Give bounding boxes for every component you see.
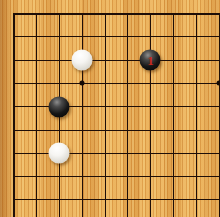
intersection-2-1[interactable] [24,1,47,24]
intersection-8-2[interactable] [162,25,185,48]
intersection-4-7[interactable] [70,141,93,164]
intersection-10-1[interactable] [208,1,220,24]
intersection-9-3[interactable] [185,48,208,71]
intersection-10-8[interactable] [208,164,220,187]
intersection-4-9[interactable] [70,188,93,211]
intersection-4-1[interactable] [70,1,93,24]
intersection-1-5[interactable] [2,95,25,118]
intersection-3-3[interactable] [47,48,70,71]
intersection-2-8[interactable] [24,164,47,187]
intersection-5-1[interactable] [93,1,116,24]
stone-black-3-5[interactable] [48,96,69,117]
intersection-6-1[interactable] [116,1,139,24]
intersection-7-4[interactable] [139,71,162,94]
intersection-8-9[interactable] [162,188,185,211]
intersection-10-2[interactable] [208,25,220,48]
intersection-3-9[interactable] [47,188,70,211]
intersection-6-2[interactable] [116,25,139,48]
intersection-1-6[interactable] [2,118,25,141]
intersection-3-1[interactable] [47,1,70,24]
intersection-7-9[interactable] [139,188,162,211]
intersection-6-8[interactable] [116,164,139,187]
intersection-10-3[interactable] [208,48,220,71]
intersection-3-6[interactable] [47,118,70,141]
stone-white-4-3[interactable] [71,50,92,71]
intersection-7-6[interactable] [139,118,162,141]
intersection-3-8[interactable] [47,164,70,187]
intersection-5-9[interactable] [93,188,116,211]
intersection-7-7[interactable] [139,141,162,164]
intersection-4-6[interactable] [70,118,93,141]
intersection-7-2[interactable] [139,25,162,48]
intersection-7-8[interactable] [139,164,162,187]
intersection-9-8[interactable] [185,164,208,187]
intersection-9-7[interactable] [185,141,208,164]
intersection-9-4[interactable] [185,71,208,94]
intersection-8-7[interactable] [162,141,185,164]
intersection-6-3[interactable] [116,48,139,71]
intersection-1-1[interactable] [2,1,25,24]
intersection-2-4[interactable] [24,71,47,94]
intersection-10-7[interactable] [208,141,220,164]
intersection-2-2[interactable] [24,25,47,48]
intersection-1-7[interactable] [2,141,25,164]
intersection-7-5[interactable] [139,95,162,118]
intersection-5-3[interactable] [93,48,116,71]
intersection-1-2[interactable] [2,25,25,48]
intersection-2-3[interactable] [24,48,47,71]
intersection-2-7[interactable] [24,141,47,164]
intersection-2-5[interactable] [24,95,47,118]
intersection-8-6[interactable] [162,118,185,141]
intersection-9-6[interactable] [185,118,208,141]
intersection-1-4[interactable] [2,71,25,94]
intersection-3-4[interactable] [47,71,70,94]
intersection-1-9[interactable] [2,188,25,211]
intersection-10-9[interactable] [208,188,220,211]
intersection-2-6[interactable] [24,118,47,141]
intersection-8-5[interactable] [162,95,185,118]
intersection-5-5[interactable] [93,95,116,118]
intersection-8-3[interactable] [162,48,185,71]
intersection-6-9[interactable] [116,188,139,211]
intersection-5-4[interactable] [93,71,116,94]
star-point-10-4 [217,80,220,85]
intersection-5-7[interactable] [93,141,116,164]
intersection-2-9[interactable] [24,188,47,211]
intersection-6-6[interactable] [116,118,139,141]
intersection-6-5[interactable] [116,95,139,118]
intersection-5-8[interactable] [93,164,116,187]
intersection-5-6[interactable] [93,118,116,141]
intersection-8-4[interactable] [162,71,185,94]
intersection-4-2[interactable] [70,25,93,48]
intersection-4-8[interactable] [70,164,93,187]
intersection-5-2[interactable] [93,25,116,48]
stone-white-3-7[interactable] [48,143,69,164]
intersection-grid[interactable] [2,1,220,211]
intersection-6-7[interactable] [116,141,139,164]
go-board: 1 [0,0,220,217]
intersection-8-1[interactable] [162,1,185,24]
intersection-9-1[interactable] [185,1,208,24]
stone-black-7-3[interactable]: 1 [140,50,161,71]
intersection-8-8[interactable] [162,164,185,187]
intersection-7-1[interactable] [139,1,162,24]
intersection-9-2[interactable] [185,25,208,48]
intersection-9-9[interactable] [185,188,208,211]
intersection-1-8[interactable] [2,164,25,187]
intersection-10-6[interactable] [208,118,220,141]
intersection-6-4[interactable] [116,71,139,94]
star-point-4-4 [79,80,84,85]
intersection-10-5[interactable] [208,95,220,118]
intersection-4-5[interactable] [70,95,93,118]
move-number-label: 1 [147,50,154,71]
intersection-1-3[interactable] [2,48,25,71]
intersection-9-5[interactable] [185,95,208,118]
intersection-3-2[interactable] [47,25,70,48]
